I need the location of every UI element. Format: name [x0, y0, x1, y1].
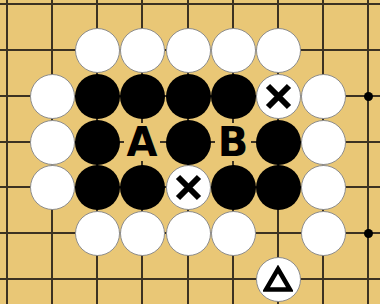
black-stone [75, 165, 120, 210]
grid-line-vertical [367, 0, 369, 304]
white-stone [166, 211, 211, 256]
white-stone [256, 257, 301, 302]
white-stone [120, 211, 165, 256]
white-stone [301, 120, 346, 165]
go-board: AB [0, 0, 380, 304]
cross-mark [174, 173, 203, 202]
black-stone [256, 165, 301, 210]
white-stone [256, 74, 301, 119]
star-point [364, 229, 373, 238]
black-stone [211, 165, 256, 210]
star-point [364, 92, 373, 101]
grid-line-vertical [6, 0, 8, 304]
white-stone [75, 28, 120, 73]
white-stone [120, 28, 165, 73]
black-stone [166, 120, 211, 165]
triangle-mark [263, 265, 293, 293]
white-stone [166, 28, 211, 73]
white-stone [301, 74, 346, 119]
grid-line-horizontal [0, 3, 380, 5]
black-stone [166, 74, 211, 119]
black-stone [256, 120, 301, 165]
point-label-a: A [124, 123, 160, 161]
white-stone [211, 211, 256, 256]
black-stone [120, 165, 165, 210]
white-stone [211, 28, 256, 73]
cross-mark [264, 82, 293, 111]
white-stone [301, 165, 346, 210]
white-stone [30, 165, 75, 210]
black-stone [75, 74, 120, 119]
white-stone [30, 74, 75, 119]
black-stone [211, 74, 256, 119]
black-stone [120, 74, 165, 119]
white-stone [75, 211, 120, 256]
grid-line-horizontal [0, 278, 380, 280]
white-stone [30, 120, 75, 165]
white-stone [301, 211, 346, 256]
white-stone [166, 165, 211, 210]
point-label-b: B [215, 123, 251, 161]
black-stone [75, 120, 120, 165]
white-stone [256, 28, 301, 73]
